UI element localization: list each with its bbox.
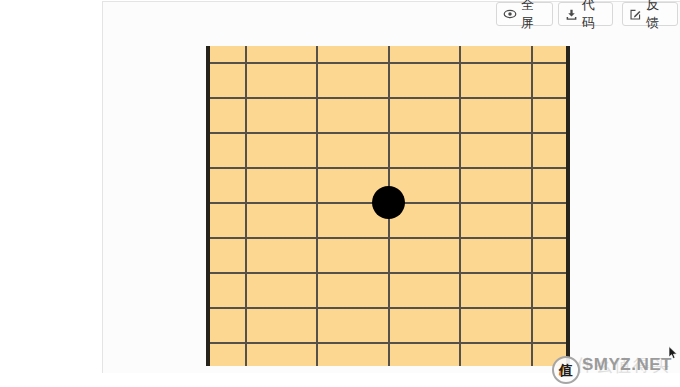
code-label: 代码	[582, 0, 606, 32]
page: { "game": "go", "position": { "view": "z…	[0, 0, 680, 387]
grid-line-horizontal	[210, 307, 566, 309]
smzdm-logo: 值	[552, 356, 580, 384]
watermark-site-text: SMYZ.NET	[582, 355, 672, 375]
grid-line-vertical	[531, 46, 533, 366]
fullscreen-button[interactable]: 全屏	[496, 2, 553, 26]
watermark: 什么值得买 SMYZ.NET 值	[548, 350, 680, 387]
grid-line-horizontal	[210, 272, 566, 274]
go-board[interactable]	[206, 46, 570, 366]
grid-line-vertical	[245, 46, 247, 366]
black-stone	[372, 186, 405, 219]
download-icon	[565, 8, 578, 21]
logo-char: 值	[559, 363, 573, 377]
mouse-cursor	[668, 346, 678, 364]
grid-line-horizontal	[210, 167, 566, 169]
fullscreen-label: 全屏	[521, 0, 546, 32]
feedback-label: 反馈	[646, 0, 671, 32]
grid-line-vertical	[459, 46, 461, 366]
eye-icon	[503, 7, 517, 21]
grid-line-horizontal	[210, 62, 566, 64]
grid-line-vertical	[316, 46, 318, 366]
edit-icon	[629, 8, 642, 21]
feedback-button[interactable]: 反馈	[622, 2, 678, 26]
grid-line-horizontal	[210, 237, 566, 239]
grid-line-horizontal	[210, 132, 566, 134]
grid-line-horizontal	[210, 97, 566, 99]
grid-line-horizontal	[210, 342, 566, 344]
code-button[interactable]: 代码	[558, 2, 613, 26]
